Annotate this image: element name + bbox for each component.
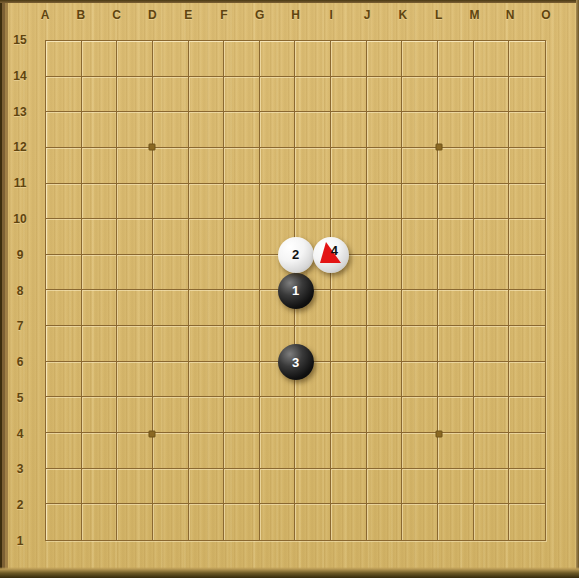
board-cell[interactable] xyxy=(189,184,225,220)
board-cell[interactable] xyxy=(46,433,82,469)
board-cell[interactable] xyxy=(331,184,367,220)
board-cell[interactable] xyxy=(82,326,118,362)
board-cell[interactable] xyxy=(189,433,225,469)
board-cell[interactable] xyxy=(82,362,118,398)
black-stone-H6: 3 xyxy=(278,344,314,380)
board-cell[interactable] xyxy=(189,469,225,505)
board-cell[interactable] xyxy=(46,219,82,255)
column-label-I: I xyxy=(330,8,333,22)
row-label-5: 5 xyxy=(17,391,24,405)
board-edge-left xyxy=(0,0,9,578)
board-cell[interactable] xyxy=(402,219,438,255)
column-label-A: A xyxy=(41,8,50,22)
board-edge-top xyxy=(0,0,579,3)
column-label-M: M xyxy=(469,8,479,22)
board-cell[interactable] xyxy=(153,504,189,540)
board-cell[interactable] xyxy=(82,148,118,184)
board-cell[interactable] xyxy=(224,112,260,148)
board-cell[interactable] xyxy=(331,290,367,326)
board-cell[interactable] xyxy=(509,290,545,326)
board-cell[interactable] xyxy=(224,362,260,398)
board-cell[interactable] xyxy=(331,148,367,184)
board-cell[interactable] xyxy=(82,184,118,220)
board-cell[interactable] xyxy=(295,433,331,469)
column-label-D: D xyxy=(148,8,157,22)
board-cell[interactable] xyxy=(367,397,403,433)
board-cell[interactable] xyxy=(402,504,438,540)
board-cell[interactable] xyxy=(189,362,225,398)
row-label-8: 8 xyxy=(17,284,24,298)
board-cell[interactable] xyxy=(260,77,296,113)
board-cell[interactable] xyxy=(509,77,545,113)
board-cell[interactable] xyxy=(260,433,296,469)
board-cell[interactable] xyxy=(117,255,153,291)
board-cell[interactable] xyxy=(189,112,225,148)
board-cell[interactable] xyxy=(117,326,153,362)
board-cell[interactable] xyxy=(224,433,260,469)
board-cell[interactable] xyxy=(509,326,545,362)
board-cell[interactable] xyxy=(224,219,260,255)
column-label-O: O xyxy=(541,8,550,22)
row-label-3: 3 xyxy=(17,462,24,476)
board-cell[interactable] xyxy=(402,290,438,326)
board-cell[interactable] xyxy=(46,290,82,326)
board-cell[interactable] xyxy=(295,41,331,77)
board-cell[interactable] xyxy=(82,433,118,469)
board-cell[interactable] xyxy=(153,326,189,362)
board-cell[interactable] xyxy=(402,433,438,469)
board-cell[interactable] xyxy=(117,219,153,255)
board-cell[interactable] xyxy=(402,255,438,291)
board-cell[interactable] xyxy=(117,184,153,220)
white-stone-H9: 2 xyxy=(278,237,314,273)
board-cell[interactable] xyxy=(367,219,403,255)
board-cell[interactable] xyxy=(509,184,545,220)
board-cell[interactable] xyxy=(509,112,545,148)
column-label-N: N xyxy=(506,8,515,22)
board-cell[interactable] xyxy=(82,397,118,433)
board-cell[interactable] xyxy=(474,148,510,184)
board-cell[interactable] xyxy=(153,433,189,469)
board-cell[interactable] xyxy=(82,290,118,326)
board-cell[interactable] xyxy=(438,41,474,77)
board-cell[interactable] xyxy=(189,219,225,255)
board-cell[interactable] xyxy=(117,77,153,113)
board-cell[interactable] xyxy=(153,148,189,184)
board-cell[interactable] xyxy=(189,148,225,184)
board-cell[interactable] xyxy=(295,184,331,220)
board-cell[interactable] xyxy=(402,148,438,184)
board-cell[interactable] xyxy=(224,148,260,184)
board-cell[interactable] xyxy=(46,326,82,362)
board-cell[interactable] xyxy=(402,397,438,433)
board-cell[interactable] xyxy=(153,397,189,433)
board-cell[interactable] xyxy=(117,41,153,77)
board-cell[interactable] xyxy=(117,469,153,505)
star-point-D4 xyxy=(149,430,156,437)
board-cell[interactable] xyxy=(331,112,367,148)
star-point-D12 xyxy=(149,144,156,151)
board-cell[interactable] xyxy=(295,397,331,433)
board-cell[interactable] xyxy=(474,326,510,362)
board-edge-bottom xyxy=(0,567,579,578)
board-cell[interactable] xyxy=(189,326,225,362)
board-cell[interactable] xyxy=(117,148,153,184)
row-label-12: 12 xyxy=(13,140,26,154)
board-cell[interactable] xyxy=(367,433,403,469)
board-cell[interactable] xyxy=(153,41,189,77)
board-cell[interactable] xyxy=(153,290,189,326)
board-cell[interactable] xyxy=(331,77,367,113)
board-cell[interactable] xyxy=(153,469,189,505)
board-cell[interactable] xyxy=(117,433,153,469)
board-cell[interactable] xyxy=(474,469,510,505)
board-cell[interactable] xyxy=(474,41,510,77)
board-cell[interactable] xyxy=(189,77,225,113)
row-label-13: 13 xyxy=(13,105,26,119)
board-cell[interactable] xyxy=(153,255,189,291)
board-cell[interactable] xyxy=(224,469,260,505)
board-cell[interactable] xyxy=(224,290,260,326)
board-cell[interactable] xyxy=(438,397,474,433)
board-cell[interactable] xyxy=(295,112,331,148)
board-cell[interactable] xyxy=(331,504,367,540)
board-cell[interactable] xyxy=(402,112,438,148)
board-cell[interactable] xyxy=(509,469,545,505)
board-cell[interactable] xyxy=(402,362,438,398)
board-cell[interactable] xyxy=(509,255,545,291)
board-cell[interactable] xyxy=(474,290,510,326)
board-cell[interactable] xyxy=(367,41,403,77)
move-number: 4 xyxy=(331,244,338,257)
board-cell[interactable] xyxy=(189,504,225,540)
board-cell[interactable] xyxy=(189,397,225,433)
column-label-J: J xyxy=(364,8,371,22)
board-cell[interactable] xyxy=(438,184,474,220)
board-cell[interactable] xyxy=(46,184,82,220)
board-cell[interactable] xyxy=(82,504,118,540)
row-label-1: 1 xyxy=(17,534,24,548)
board-cell[interactable] xyxy=(509,433,545,469)
board-cell[interactable] xyxy=(509,397,545,433)
board-cell[interactable] xyxy=(295,504,331,540)
board-cell[interactable] xyxy=(367,362,403,398)
board-cell[interactable] xyxy=(367,290,403,326)
board-cell[interactable] xyxy=(474,77,510,113)
board-cell[interactable] xyxy=(153,112,189,148)
board-cell[interactable] xyxy=(367,112,403,148)
move-number: 1 xyxy=(292,284,299,297)
board-cell[interactable] xyxy=(438,219,474,255)
column-label-F: F xyxy=(220,8,227,22)
row-label-2: 2 xyxy=(17,498,24,512)
board-cell[interactable] xyxy=(189,41,225,77)
board-cell[interactable] xyxy=(438,504,474,540)
row-label-10: 10 xyxy=(13,212,26,226)
board-cell[interactable] xyxy=(224,77,260,113)
board-cell[interactable] xyxy=(474,362,510,398)
board-cell[interactable] xyxy=(82,255,118,291)
board-cell[interactable] xyxy=(509,41,545,77)
board-cell[interactable] xyxy=(402,77,438,113)
board-cell[interactable] xyxy=(82,112,118,148)
board-cell[interactable] xyxy=(474,504,510,540)
board-cell[interactable] xyxy=(438,77,474,113)
board-cell[interactable] xyxy=(82,77,118,113)
board-cell[interactable] xyxy=(331,362,367,398)
board-cell[interactable] xyxy=(438,326,474,362)
column-label-L: L xyxy=(435,8,442,22)
column-label-K: K xyxy=(399,8,408,22)
board-cell[interactable] xyxy=(331,433,367,469)
board-cell[interactable] xyxy=(367,469,403,505)
board-cell[interactable] xyxy=(260,184,296,220)
board-cell[interactable] xyxy=(117,290,153,326)
board-cell[interactable] xyxy=(224,184,260,220)
board-cell[interactable] xyxy=(224,41,260,77)
move-number: 3 xyxy=(292,356,299,369)
board-cell[interactable] xyxy=(402,41,438,77)
board-cell[interactable] xyxy=(331,326,367,362)
board-cell[interactable] xyxy=(46,255,82,291)
board-cell[interactable] xyxy=(509,219,545,255)
board-cell[interactable] xyxy=(474,397,510,433)
board-cell[interactable] xyxy=(46,397,82,433)
board-cell[interactable] xyxy=(260,112,296,148)
board-cell[interactable] xyxy=(153,362,189,398)
board-cell[interactable] xyxy=(46,469,82,505)
board-cell[interactable] xyxy=(331,397,367,433)
board-cell[interactable] xyxy=(367,326,403,362)
board-cell[interactable] xyxy=(438,290,474,326)
column-label-G: G xyxy=(255,8,264,22)
board-cell[interactable] xyxy=(260,504,296,540)
move-number: 2 xyxy=(292,248,299,261)
board-cell[interactable] xyxy=(224,326,260,362)
column-label-E: E xyxy=(184,8,192,22)
board-cell[interactable] xyxy=(331,41,367,77)
board-cell[interactable] xyxy=(438,112,474,148)
board-cell[interactable] xyxy=(367,77,403,113)
board-cell[interactable] xyxy=(117,504,153,540)
board-cell[interactable] xyxy=(153,184,189,220)
board-cell[interactable] xyxy=(474,184,510,220)
board-cell[interactable] xyxy=(82,219,118,255)
board-cell[interactable] xyxy=(367,255,403,291)
board-cell[interactable] xyxy=(402,184,438,220)
board-cell[interactable] xyxy=(260,41,296,77)
board-cell[interactable] xyxy=(82,41,118,77)
board-cell[interactable] xyxy=(438,255,474,291)
board-cell[interactable] xyxy=(474,112,510,148)
board-cell[interactable] xyxy=(46,41,82,77)
board-cell[interactable] xyxy=(224,504,260,540)
board-cell[interactable] xyxy=(117,112,153,148)
board-cell[interactable] xyxy=(260,469,296,505)
board-cell[interactable] xyxy=(295,469,331,505)
board-cell[interactable] xyxy=(438,362,474,398)
board-cell[interactable] xyxy=(189,255,225,291)
board-cell[interactable] xyxy=(438,148,474,184)
board-cell[interactable] xyxy=(474,255,510,291)
board-cell[interactable] xyxy=(402,326,438,362)
column-label-C: C xyxy=(112,8,121,22)
board-cell[interactable] xyxy=(260,148,296,184)
board-cell[interactable] xyxy=(46,112,82,148)
board-cell[interactable] xyxy=(438,469,474,505)
board-cell[interactable] xyxy=(509,504,545,540)
column-label-B: B xyxy=(76,8,85,22)
board-cell[interactable] xyxy=(367,184,403,220)
board-cell[interactable] xyxy=(46,504,82,540)
board-cell[interactable] xyxy=(46,362,82,398)
board-cell[interactable] xyxy=(474,433,510,469)
board-cell[interactable] xyxy=(46,77,82,113)
board-cell[interactable] xyxy=(117,362,153,398)
board-cell[interactable] xyxy=(224,255,260,291)
board-cell[interactable] xyxy=(367,148,403,184)
board-cell[interactable] xyxy=(474,219,510,255)
row-label-9: 9 xyxy=(17,248,24,262)
board-cell[interactable] xyxy=(509,362,545,398)
board-cell[interactable] xyxy=(153,219,189,255)
star-point-L4 xyxy=(435,430,442,437)
row-label-6: 6 xyxy=(17,355,24,369)
board-cell[interactable] xyxy=(295,77,331,113)
row-label-15: 15 xyxy=(13,33,26,47)
board-cell[interactable] xyxy=(367,504,403,540)
board-cell[interactable] xyxy=(224,397,260,433)
board-cell[interactable] xyxy=(82,469,118,505)
board-cell[interactable] xyxy=(402,469,438,505)
board-cell[interactable] xyxy=(260,397,296,433)
row-label-11: 11 xyxy=(14,176,27,190)
board-cell[interactable] xyxy=(295,148,331,184)
column-label-H: H xyxy=(291,8,300,22)
board-cell[interactable] xyxy=(46,148,82,184)
white-stone-I9: 4 xyxy=(313,237,349,273)
board-cell[interactable] xyxy=(189,290,225,326)
board-cell[interactable] xyxy=(331,469,367,505)
board-cell[interactable] xyxy=(438,433,474,469)
row-label-4: 4 xyxy=(17,427,24,441)
board-cell[interactable] xyxy=(153,77,189,113)
board-cell[interactable] xyxy=(117,397,153,433)
black-stone-H8: 1 xyxy=(278,273,314,309)
row-label-14: 14 xyxy=(13,69,26,83)
row-label-7: 7 xyxy=(17,319,24,333)
board-cell[interactable] xyxy=(509,148,545,184)
star-point-L12 xyxy=(435,144,442,151)
